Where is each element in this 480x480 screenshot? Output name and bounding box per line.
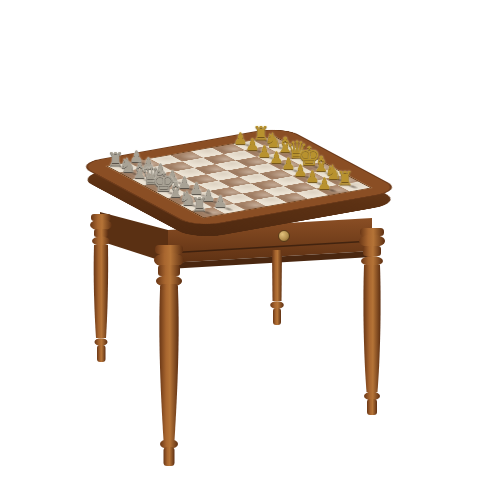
drawer-knob (279, 231, 290, 242)
table-leg-front (154, 245, 184, 466)
table-body (0, 0, 480, 480)
board-square[interactable]: ♜ (337, 181, 370, 191)
chess-table-photo: ♜♞♝♛♚♝♞♜♟♟♟♟♟♟♟♟♟♟♟♟♟♟♟♟♜♞♝♛♚♝♞♜ (0, 0, 480, 480)
table-leg-back (270, 250, 284, 325)
gold-pawn-glyph: ♟ (308, 176, 340, 192)
silver-rook-glyph: ♜ (184, 195, 216, 214)
